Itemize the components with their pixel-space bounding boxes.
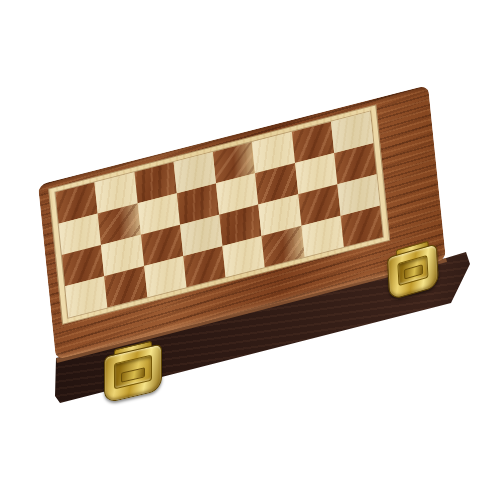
latch-plate <box>114 355 152 390</box>
chessboard <box>55 112 383 318</box>
product-photo <box>0 0 500 500</box>
latch-plate <box>397 255 428 286</box>
